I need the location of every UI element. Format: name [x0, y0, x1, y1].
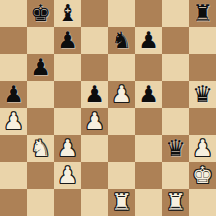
piece-white-king: ♚: [192, 162, 213, 189]
piece-white-knight: ♞: [30, 135, 51, 162]
square-d1[interactable]: [81, 189, 108, 216]
piece-white-pawn: ♟: [57, 162, 78, 189]
square-g2[interactable]: [162, 162, 189, 189]
piece-white-pawn: ♟: [192, 135, 213, 162]
square-f5[interactable]: ♟: [135, 81, 162, 108]
square-g4[interactable]: [162, 108, 189, 135]
square-c5[interactable]: [54, 81, 81, 108]
square-g8[interactable]: [162, 0, 189, 27]
piece-black-pawn: ♟: [84, 81, 105, 108]
square-g5[interactable]: [162, 81, 189, 108]
piece-white-pawn: ♟: [57, 135, 78, 162]
piece-white-pawn: ♟: [84, 108, 105, 135]
square-c4[interactable]: [54, 108, 81, 135]
piece-black-pawn: ♟: [138, 81, 159, 108]
square-h7[interactable]: [189, 27, 216, 54]
square-b3[interactable]: ♞: [27, 135, 54, 162]
piece-black-pawn: ♟: [3, 81, 24, 108]
piece-white-pawn: ♟: [111, 81, 132, 108]
piece-black-queen: ♛: [192, 81, 213, 108]
piece-black-bishop: ♝: [57, 0, 78, 27]
square-a5[interactable]: ♟: [0, 81, 27, 108]
square-c7[interactable]: ♟: [54, 27, 81, 54]
square-a8[interactable]: [0, 0, 27, 27]
square-e8[interactable]: [108, 0, 135, 27]
square-a6[interactable]: [0, 54, 27, 81]
square-f1[interactable]: [135, 189, 162, 216]
square-d3[interactable]: [81, 135, 108, 162]
square-b1[interactable]: [27, 189, 54, 216]
square-a3[interactable]: [0, 135, 27, 162]
square-a2[interactable]: [0, 162, 27, 189]
square-a1[interactable]: [0, 189, 27, 216]
square-g3[interactable]: ♛: [162, 135, 189, 162]
square-b4[interactable]: [27, 108, 54, 135]
square-e1[interactable]: ♜: [108, 189, 135, 216]
square-d7[interactable]: [81, 27, 108, 54]
square-d4[interactable]: ♟: [81, 108, 108, 135]
square-g7[interactable]: [162, 27, 189, 54]
square-h2[interactable]: ♚: [189, 162, 216, 189]
square-h6[interactable]: [189, 54, 216, 81]
square-c8[interactable]: ♝: [54, 0, 81, 27]
square-d2[interactable]: [81, 162, 108, 189]
square-h8[interactable]: ♜: [189, 0, 216, 27]
square-c2[interactable]: ♟: [54, 162, 81, 189]
square-h1[interactable]: [189, 189, 216, 216]
square-g6[interactable]: [162, 54, 189, 81]
square-e5[interactable]: ♟: [108, 81, 135, 108]
square-f3[interactable]: [135, 135, 162, 162]
square-c1[interactable]: [54, 189, 81, 216]
square-d5[interactable]: ♟: [81, 81, 108, 108]
square-d6[interactable]: [81, 54, 108, 81]
chess-board: ♚♝♜♟♞♟♟♟♟♟♟♛♟♟♞♟♛♟♟♚♜♜: [0, 0, 216, 216]
piece-black-rook: ♜: [192, 0, 213, 27]
square-b7[interactable]: [27, 27, 54, 54]
square-f4[interactable]: [135, 108, 162, 135]
piece-white-pawn: ♟: [3, 108, 24, 135]
square-b6[interactable]: ♟: [27, 54, 54, 81]
square-e3[interactable]: [108, 135, 135, 162]
square-f2[interactable]: [135, 162, 162, 189]
square-e4[interactable]: [108, 108, 135, 135]
piece-black-king: ♚: [30, 0, 51, 27]
square-b5[interactable]: [27, 81, 54, 108]
square-f6[interactable]: [135, 54, 162, 81]
square-a7[interactable]: [0, 27, 27, 54]
piece-black-pawn: ♟: [57, 27, 78, 54]
square-e7[interactable]: ♞: [108, 27, 135, 54]
square-d8[interactable]: [81, 0, 108, 27]
square-b8[interactable]: ♚: [27, 0, 54, 27]
square-h5[interactable]: ♛: [189, 81, 216, 108]
square-c3[interactable]: ♟: [54, 135, 81, 162]
square-e6[interactable]: [108, 54, 135, 81]
piece-black-pawn: ♟: [138, 27, 159, 54]
square-e2[interactable]: [108, 162, 135, 189]
piece-white-rook: ♜: [111, 189, 132, 216]
piece-black-pawn: ♟: [30, 54, 51, 81]
square-f8[interactable]: [135, 0, 162, 27]
piece-black-knight: ♞: [111, 27, 132, 54]
square-g1[interactable]: ♜: [162, 189, 189, 216]
square-a4[interactable]: ♟: [0, 108, 27, 135]
square-h3[interactable]: ♟: [189, 135, 216, 162]
piece-black-queen: ♛: [165, 135, 186, 162]
square-h4[interactable]: [189, 108, 216, 135]
square-b2[interactable]: [27, 162, 54, 189]
piece-white-rook: ♜: [165, 189, 186, 216]
square-f7[interactable]: ♟: [135, 27, 162, 54]
square-c6[interactable]: [54, 54, 81, 81]
